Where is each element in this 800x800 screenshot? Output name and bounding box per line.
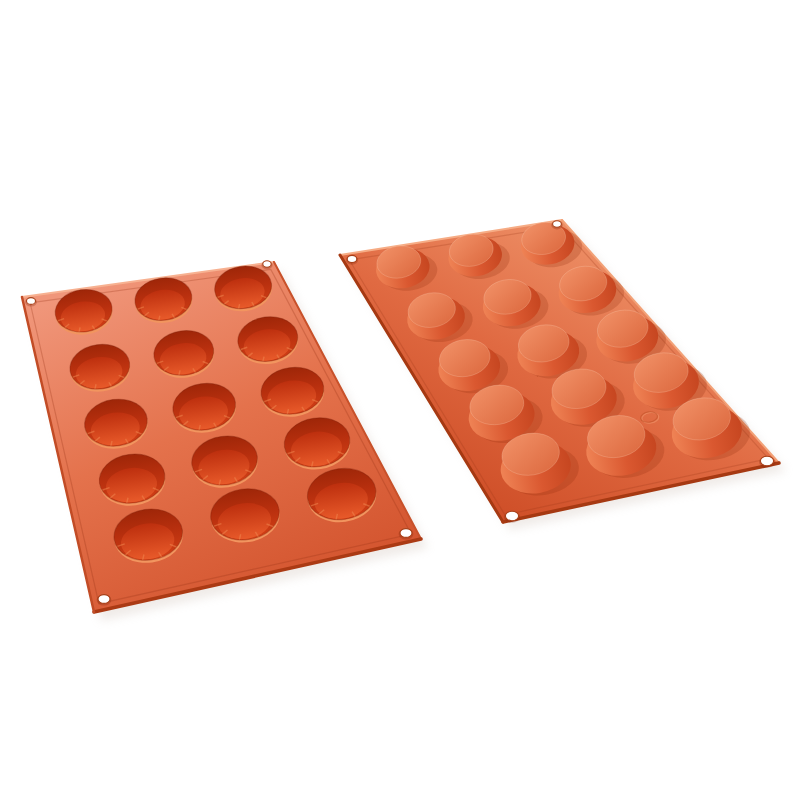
left-mold-corner-hole — [399, 529, 414, 540]
right-mold-corner-hole — [346, 255, 358, 264]
silicone-molds-image — [0, 0, 800, 800]
right-mold-corner-hole — [759, 456, 775, 468]
left-mold-corner-hole — [97, 595, 112, 606]
right-mold-corner-hole — [504, 511, 520, 523]
left-mold — [22, 261, 428, 621]
right-mold-corner-hole — [551, 221, 563, 230]
left-mold-corner-hole — [261, 261, 272, 270]
left-mold-corner-hole — [25, 298, 37, 307]
right-mold — [340, 217, 786, 530]
product-photo — [0, 0, 800, 800]
